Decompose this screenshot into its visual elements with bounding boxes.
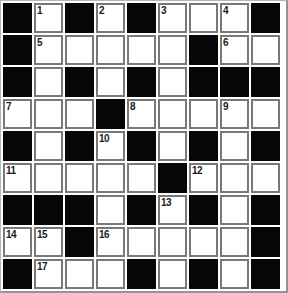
cell-r5c4[interactable]: 10 xyxy=(96,131,125,161)
cell-r1c6[interactable]: 3 xyxy=(158,3,187,33)
cell-r2c8[interactable]: 6 xyxy=(220,35,249,65)
cell-r8c4[interactable]: 16 xyxy=(96,227,125,257)
clue-number-17: 17 xyxy=(37,261,47,272)
clue-number-1: 1 xyxy=(37,5,42,16)
cell-r7c4[interactable] xyxy=(96,195,125,225)
cell-r1c4[interactable]: 2 xyxy=(96,3,125,33)
clue-number-4: 4 xyxy=(223,5,228,16)
cell-r9c2[interactable]: 17 xyxy=(34,259,63,289)
clue-number-9: 9 xyxy=(223,101,228,112)
cell-r2c9[interactable] xyxy=(251,35,280,65)
cell-r6c2[interactable] xyxy=(34,163,63,193)
cell-r8c1[interactable]: 14 xyxy=(3,227,32,257)
cell-r8c2[interactable]: 15 xyxy=(34,227,63,257)
cell-r1c8[interactable]: 4 xyxy=(220,3,249,33)
cell-r2c6[interactable] xyxy=(158,35,187,65)
block-cell-r7c7 xyxy=(189,195,218,225)
block-cell-r2c1 xyxy=(3,35,32,65)
block-cell-r5c1 xyxy=(3,131,32,161)
clue-number-6: 6 xyxy=(223,37,228,48)
cell-r4c2[interactable] xyxy=(34,99,63,129)
cell-r4c9[interactable] xyxy=(251,99,280,129)
cell-r1c2[interactable]: 1 xyxy=(34,3,63,33)
cell-r7c8[interactable] xyxy=(220,195,249,225)
block-cell-r3c1 xyxy=(3,67,32,97)
cell-r9c6[interactable] xyxy=(158,259,187,289)
block-cell-r1c1 xyxy=(3,3,32,33)
cell-r8c6[interactable] xyxy=(158,227,187,257)
block-cell-r6c6 xyxy=(158,163,187,193)
cell-r6c4[interactable] xyxy=(96,163,125,193)
cell-r9c3[interactable] xyxy=(65,259,94,289)
cell-r7c6[interactable]: 13 xyxy=(158,195,187,225)
crossword-board-frame: 1234567891011121314151617 xyxy=(0,0,288,293)
cell-r8c7[interactable] xyxy=(189,227,218,257)
cell-r9c8[interactable] xyxy=(220,259,249,289)
cell-r8c8[interactable] xyxy=(220,227,249,257)
cell-r8c5[interactable] xyxy=(127,227,156,257)
block-cell-r5c9 xyxy=(251,131,280,161)
cell-r5c8[interactable] xyxy=(220,131,249,161)
block-cell-r8c3 xyxy=(65,227,94,257)
block-cell-r1c3 xyxy=(65,3,94,33)
cell-r4c6[interactable] xyxy=(158,99,187,129)
cell-r6c1[interactable]: 11 xyxy=(3,163,32,193)
block-cell-r3c3 xyxy=(65,67,94,97)
cell-r1c7[interactable] xyxy=(189,3,218,33)
block-cell-r1c9 xyxy=(251,3,280,33)
cell-r6c3[interactable] xyxy=(65,163,94,193)
block-cell-r7c2 xyxy=(34,195,63,225)
crossword-grid: 1234567891011121314151617 xyxy=(3,3,284,289)
cell-r4c3[interactable] xyxy=(65,99,94,129)
block-cell-r8c9 xyxy=(251,227,280,257)
block-cell-r5c5 xyxy=(127,131,156,161)
cell-r6c7[interactable]: 12 xyxy=(189,163,218,193)
cell-r5c2[interactable] xyxy=(34,131,63,161)
cell-r2c3[interactable] xyxy=(65,35,94,65)
cell-r2c5[interactable] xyxy=(127,35,156,65)
cell-r2c2[interactable]: 5 xyxy=(34,35,63,65)
cell-r9c4[interactable] xyxy=(96,259,125,289)
block-cell-r7c9 xyxy=(251,195,280,225)
block-cell-r9c7 xyxy=(189,259,218,289)
cell-r5c6[interactable] xyxy=(158,131,187,161)
block-cell-r5c3 xyxy=(65,131,94,161)
block-cell-r3c8 xyxy=(220,67,249,97)
cell-r2c4[interactable] xyxy=(96,35,125,65)
block-cell-r5c7 xyxy=(189,131,218,161)
cell-r4c7[interactable] xyxy=(189,99,218,129)
block-cell-r7c1 xyxy=(3,195,32,225)
clue-number-15: 15 xyxy=(37,229,47,240)
clue-number-3: 3 xyxy=(161,5,166,16)
cell-r6c9[interactable] xyxy=(251,163,280,193)
cell-r3c4[interactable] xyxy=(96,67,125,97)
clue-number-16: 16 xyxy=(99,229,109,240)
cell-r3c2[interactable] xyxy=(34,67,63,97)
block-cell-r1c5 xyxy=(127,3,156,33)
clue-number-8: 8 xyxy=(130,101,135,112)
clue-number-5: 5 xyxy=(37,37,42,48)
cell-r3c6[interactable] xyxy=(158,67,187,97)
clue-number-11: 11 xyxy=(6,165,16,176)
block-cell-r3c5 xyxy=(127,67,156,97)
cell-r6c5[interactable] xyxy=(127,163,156,193)
clue-number-7: 7 xyxy=(6,101,11,112)
clue-number-14: 14 xyxy=(6,229,16,240)
block-cell-r2c7 xyxy=(189,35,218,65)
block-cell-r9c5 xyxy=(127,259,156,289)
clue-number-13: 13 xyxy=(161,197,171,208)
clue-number-2: 2 xyxy=(99,5,104,16)
block-cell-r3c9 xyxy=(251,67,280,97)
block-cell-r3c7 xyxy=(189,67,218,97)
block-cell-r9c9 xyxy=(251,259,280,289)
cell-r4c1[interactable]: 7 xyxy=(3,99,32,129)
cell-r4c5[interactable]: 8 xyxy=(127,99,156,129)
block-cell-r7c5 xyxy=(127,195,156,225)
block-cell-r9c1 xyxy=(3,259,32,289)
block-cell-r7c3 xyxy=(65,195,94,225)
cell-r4c8[interactable]: 9 xyxy=(220,99,249,129)
clue-number-10: 10 xyxy=(99,133,109,144)
cell-r6c8[interactable] xyxy=(220,163,249,193)
block-cell-r4c4 xyxy=(96,99,125,129)
clue-number-12: 12 xyxy=(192,165,202,176)
